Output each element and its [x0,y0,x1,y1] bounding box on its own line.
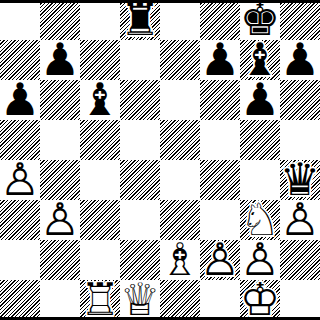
white-queen-piece: ♛♕ [120,280,160,320]
square-c5[interactable] [80,120,120,160]
black-king-piece: ♚♚ [240,0,280,40]
black-bishop-icon: ♝ [240,40,280,80]
square-f2[interactable]: ♟♙ [200,240,240,280]
square-d5[interactable] [120,120,160,160]
white-knight-icon: ♘ [240,200,280,240]
black-pawn-piece: ♟♟ [280,40,320,80]
square-f6[interactable] [200,80,240,120]
black-pawn-icon: ♟ [280,40,320,80]
square-a6[interactable]: ♟♟ [0,80,40,120]
black-pawn-piece: ♟♟ [40,40,80,80]
piece-fill-layer: ♟ [280,200,320,240]
square-c6[interactable]: ♝♝ [80,80,120,120]
black-pawn-piece: ♟♟ [200,40,240,80]
square-b3[interactable]: ♟♙ [40,200,80,240]
black-bishop-icon: ♝ [80,80,120,120]
chess-diagram: ♜♜♚♚♟♟♟♟♝♝♟♟♟♟♝♝♟♟♟♙♛♛♟♙♞♘♟♙♝♗♟♙♟♙♜♖♛♕♚♔ [0,0,320,320]
white-bishop-piece: ♝♗ [160,240,200,280]
square-b5[interactable] [40,120,80,160]
square-e5[interactable] [160,120,200,160]
piece-fill-layer: ♚ [240,0,280,40]
square-g4[interactable] [240,160,280,200]
white-pawn-icon: ♙ [40,200,80,240]
black-queen-icon: ♛ [280,160,320,200]
piece-fill-layer: ♟ [40,200,80,240]
square-c1[interactable]: ♜♖ [80,280,120,320]
square-e6[interactable] [160,80,200,120]
piece-fill-layer: ♝ [80,80,120,120]
square-h5[interactable] [280,120,320,160]
piece-fill-layer: ♟ [240,80,280,120]
square-d3[interactable] [120,200,160,240]
square-a8[interactable] [0,0,40,40]
square-g8[interactable]: ♚♚ [240,0,280,40]
square-d2[interactable] [120,240,160,280]
black-rook-icon: ♜ [120,0,160,40]
square-h2[interactable] [280,240,320,280]
piece-fill-layer: ♞ [240,200,280,240]
white-king-piece: ♚♔ [240,280,280,320]
square-e7[interactable] [160,40,200,80]
square-b2[interactable] [40,240,80,280]
white-knight-piece: ♞♘ [240,200,280,240]
square-a1[interactable] [0,280,40,320]
square-f8[interactable] [200,0,240,40]
square-f4[interactable] [200,160,240,200]
white-pawn-icon: ♙ [240,240,280,280]
square-h6[interactable] [280,80,320,120]
square-c7[interactable] [80,40,120,80]
square-a7[interactable] [0,40,40,80]
piece-fill-layer: ♜ [80,280,120,320]
square-e2[interactable]: ♝♗ [160,240,200,280]
piece-fill-layer: ♚ [240,280,280,320]
white-king-icon: ♔ [240,280,280,320]
square-a3[interactable] [0,200,40,240]
white-pawn-piece: ♟♙ [240,240,280,280]
square-h8[interactable] [280,0,320,40]
black-pawn-icon: ♟ [0,80,40,120]
square-f3[interactable] [200,200,240,240]
square-d4[interactable] [120,160,160,200]
black-queen-piece: ♛♛ [280,160,320,200]
square-d6[interactable] [120,80,160,120]
square-c8[interactable] [80,0,120,40]
black-king-icon: ♚ [240,0,280,40]
square-e8[interactable] [160,0,200,40]
square-f5[interactable] [200,120,240,160]
square-a5[interactable] [0,120,40,160]
piece-fill-layer: ♜ [120,0,160,40]
white-pawn-icon: ♙ [280,200,320,240]
square-c3[interactable] [80,200,120,240]
white-pawn-piece: ♟♙ [200,240,240,280]
piece-fill-layer: ♟ [40,40,80,80]
white-pawn-icon: ♙ [0,160,40,200]
square-g2[interactable]: ♟♙ [240,240,280,280]
white-pawn-piece: ♟♙ [0,160,40,200]
white-pawn-icon: ♙ [200,240,240,280]
piece-fill-layer: ♟ [200,240,240,280]
piece-fill-layer: ♝ [160,240,200,280]
square-f7[interactable]: ♟♟ [200,40,240,80]
square-e1[interactable] [160,280,200,320]
white-bishop-icon: ♗ [160,240,200,280]
square-d8[interactable]: ♜♜ [120,0,160,40]
square-c2[interactable] [80,240,120,280]
square-h3[interactable]: ♟♙ [280,200,320,240]
black-pawn-piece: ♟♟ [0,80,40,120]
square-a2[interactable] [0,240,40,280]
piece-fill-layer: ♟ [280,40,320,80]
square-b6[interactable] [40,80,80,120]
square-f1[interactable] [200,280,240,320]
square-e4[interactable] [160,160,200,200]
white-rook-piece: ♜♖ [80,280,120,320]
square-a4[interactable]: ♟♙ [0,160,40,200]
chess-board: ♜♜♚♚♟♟♟♟♝♝♟♟♟♟♝♝♟♟♟♙♛♛♟♙♞♘♟♙♝♗♟♙♟♙♜♖♛♕♚♔ [0,0,320,320]
square-d1[interactable]: ♛♕ [120,280,160,320]
square-b4[interactable] [40,160,80,200]
black-pawn-icon: ♟ [40,40,80,80]
black-pawn-icon: ♟ [200,40,240,80]
white-rook-icon: ♖ [80,280,120,320]
piece-fill-layer: ♝ [240,40,280,80]
square-h7[interactable]: ♟♟ [280,40,320,80]
piece-fill-layer: ♛ [120,280,160,320]
black-pawn-icon: ♟ [240,80,280,120]
square-d7[interactable] [120,40,160,80]
square-h4[interactable]: ♛♛ [280,160,320,200]
white-queen-icon: ♕ [120,280,160,320]
square-g1[interactable]: ♚♔ [240,280,280,320]
square-e3[interactable] [160,200,200,240]
square-b1[interactable] [40,280,80,320]
square-b7[interactable]: ♟♟ [40,40,80,80]
square-g7[interactable]: ♝♝ [240,40,280,80]
black-pawn-piece: ♟♟ [240,80,280,120]
square-g3[interactable]: ♞♘ [240,200,280,240]
square-h1[interactable] [280,280,320,320]
square-g6[interactable]: ♟♟ [240,80,280,120]
piece-fill-layer: ♟ [200,40,240,80]
piece-fill-layer: ♟ [240,240,280,280]
piece-fill-layer: ♟ [0,80,40,120]
piece-fill-layer: ♛ [280,160,320,200]
top-border-rule [0,0,320,3]
white-pawn-piece: ♟♙ [40,200,80,240]
black-bishop-piece: ♝♝ [240,40,280,80]
black-bishop-piece: ♝♝ [80,80,120,120]
square-b8[interactable] [40,0,80,40]
square-g5[interactable] [240,120,280,160]
black-rook-piece: ♜♜ [120,0,160,40]
square-c4[interactable] [80,160,120,200]
white-pawn-piece: ♟♙ [280,200,320,240]
piece-fill-layer: ♟ [0,160,40,200]
